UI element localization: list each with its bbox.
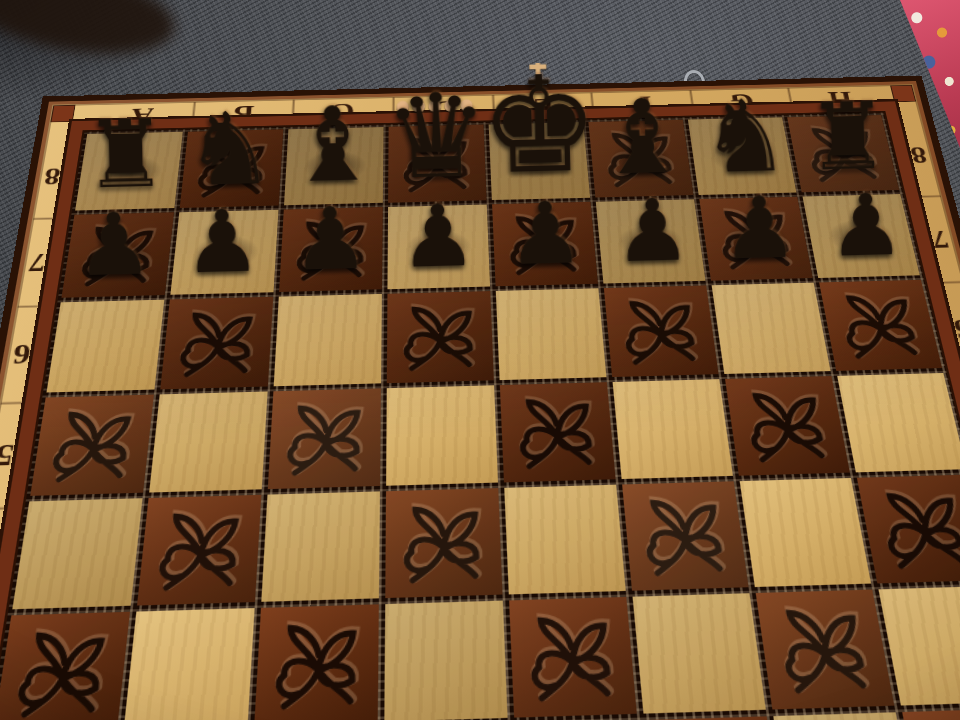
carved-flower-motif (507, 388, 609, 476)
bishop-glyph: ♝ (286, 96, 380, 195)
square-e7[interactable]: ♟ (492, 202, 598, 286)
square-h7[interactable]: ♟ (803, 194, 920, 278)
pawn-glyph: ♟ (827, 184, 905, 267)
carved-flower-motif (167, 302, 266, 383)
king-glyph: ♚ (478, 61, 600, 190)
pawn-glyph: ♟ (613, 189, 691, 272)
wood-tint (496, 288, 607, 380)
wood-tint (500, 382, 616, 482)
piece-black-pawn-d7[interactable]: ♟ (398, 195, 477, 278)
border-corner-block (890, 85, 916, 102)
carved-flower-motif (393, 296, 487, 377)
wood-tint (837, 373, 960, 472)
wood-tint (30, 395, 154, 496)
wood-tint (604, 285, 719, 377)
piece-black-bishop-f8[interactable]: ♝ (595, 88, 689, 187)
wood-tint (819, 280, 942, 371)
board-frame: ABCDEFGH ABCDEFGH 87654321 87654321 ♜♞♝●… (0, 76, 960, 720)
square-c6[interactable] (274, 294, 382, 386)
knight-glyph: ♞ (183, 100, 275, 198)
square-f7[interactable]: ♟ (596, 199, 706, 283)
square-d3[interactable] (384, 601, 507, 720)
rook-glyph: ♜ (805, 92, 889, 182)
wood-tint (504, 485, 625, 595)
square-b5[interactable] (149, 391, 267, 492)
pawn-glyph: ♟ (290, 197, 369, 280)
queen-glyph: ♛ (383, 80, 490, 193)
piece-black-pawn-e7[interactable]: ♟ (506, 192, 584, 275)
carved-flower-motif (865, 481, 960, 577)
square-g3[interactable] (756, 590, 895, 710)
piece-black-knight-g8[interactable]: ♞ (699, 88, 790, 185)
square-b3[interactable] (124, 608, 255, 720)
wood-tint (509, 597, 637, 718)
square-c7[interactable]: ♟ (279, 207, 383, 292)
square-b6[interactable] (160, 297, 273, 390)
carved-flower-motif (764, 596, 886, 702)
square-a6[interactable] (46, 300, 164, 393)
square-f4[interactable] (622, 481, 748, 590)
square-h4[interactable] (857, 475, 960, 584)
square-b4[interactable] (137, 495, 261, 606)
carved-flower-motif (1, 619, 122, 720)
square-e5[interactable] (500, 382, 616, 482)
border-corner-block (50, 105, 75, 123)
wood-tint (712, 283, 831, 374)
square-d5[interactable] (386, 385, 498, 485)
square-g4[interactable] (740, 478, 871, 587)
piece-black-queen-d8[interactable]: ●●●●●♛ (383, 80, 490, 193)
square-e3[interactable] (509, 597, 637, 718)
piece-black-pawn-g7[interactable]: ♟ (720, 187, 798, 270)
square-d4[interactable] (385, 488, 502, 598)
square-a4[interactable] (12, 498, 142, 609)
wood-tint (725, 376, 850, 476)
wood-tint (261, 491, 380, 601)
pawn-glyph: ♟ (506, 192, 584, 275)
carved-flower-motif (610, 291, 711, 372)
rook-glyph: ♜ (82, 110, 168, 200)
carved-flower-motif (38, 400, 147, 489)
wood-tint (633, 593, 766, 713)
square-b7[interactable]: ♟ (170, 210, 278, 295)
pawn-glyph: ♟ (398, 195, 477, 278)
square-h6[interactable] (819, 280, 942, 371)
square-g2[interactable] (773, 712, 920, 720)
blurred-dark-object (0, 0, 181, 68)
square-g5[interactable] (725, 376, 850, 476)
square-a3[interactable] (0, 612, 130, 720)
piece-black-king-e8[interactable]: ✚♚ (478, 61, 600, 190)
carved-flower-motif (262, 611, 372, 718)
square-g7[interactable]: ♟ (699, 197, 812, 281)
carved-flower-motif (392, 494, 495, 591)
bishop-glyph: ♝ (595, 88, 689, 187)
knight-glyph: ♞ (699, 88, 790, 185)
wood-tint (644, 716, 785, 720)
carved-flower-motif (145, 501, 254, 598)
piece-black-pawn-h7[interactable]: ♟ (827, 184, 905, 267)
board-grid: ♜♞♝●●●●●♛✚♚♝♞♜♟♟♟♟♟♟♟♟ (0, 101, 960, 720)
square-c4[interactable] (261, 491, 380, 601)
wood-tint (384, 601, 507, 720)
wood-tint (254, 604, 379, 720)
wood-tint (0, 612, 130, 720)
wood-tint (902, 708, 960, 720)
wood-tint (268, 388, 381, 489)
square-c5[interactable] (268, 388, 381, 489)
piece-black-pawn-a7[interactable]: ♟ (74, 203, 153, 287)
wood-tint (386, 385, 498, 485)
piece-black-rook-a8[interactable]: ♜ (82, 110, 168, 200)
pawn-glyph: ♟ (720, 187, 798, 270)
pawn-glyph: ♟ (74, 203, 153, 287)
square-e6[interactable] (496, 288, 607, 380)
square-e4[interactable] (504, 485, 625, 595)
square-d7[interactable]: ♟ (387, 204, 490, 289)
piece-black-knight-b8[interactable]: ♞ (183, 100, 275, 198)
wood-tint (160, 297, 273, 390)
wood-tint (613, 379, 733, 479)
square-f3[interactable] (633, 593, 766, 713)
wood-tint (387, 291, 494, 383)
square-g6[interactable] (712, 283, 831, 374)
square-f2[interactable] (644, 716, 785, 720)
wood-tint (274, 294, 382, 386)
square-c3[interactable] (254, 604, 379, 720)
piece-black-rook-h8[interactable]: ♜ (805, 92, 889, 182)
wood-tint (622, 481, 748, 590)
wood-tint (756, 590, 895, 710)
photo-scene: ABCDEFGH ABCDEFGH 87654321 87654321 ♜♞♝●… (0, 0, 960, 720)
square-h5[interactable] (837, 373, 960, 472)
square-d6[interactable] (387, 291, 494, 383)
piece-black-bishop-c8[interactable]: ♝ (286, 96, 380, 195)
carved-flower-motif (516, 604, 628, 710)
chess-board: ABCDEFGH ABCDEFGH 87654321 87654321 ♜♞♝●… (0, 76, 960, 720)
wood-tint (149, 391, 267, 492)
pawn-glyph: ♟ (182, 200, 261, 283)
wood-tint (12, 498, 142, 609)
carved-flower-motif (732, 382, 842, 470)
wood-tint (46, 300, 164, 393)
square-a5[interactable] (30, 395, 154, 496)
carved-flower-motif (275, 394, 375, 483)
wood-tint (124, 608, 255, 720)
square-h2[interactable] (902, 708, 960, 720)
wood-tint (773, 712, 920, 720)
wood-tint (857, 475, 960, 584)
piece-black-pawn-f7[interactable]: ♟ (613, 189, 691, 272)
square-f6[interactable] (604, 285, 719, 377)
wood-tint (740, 478, 871, 587)
wood-tint (385, 488, 502, 598)
piece-black-pawn-b7[interactable]: ♟ (182, 200, 261, 283)
piece-black-pawn-c7[interactable]: ♟ (290, 197, 369, 280)
carved-flower-motif (629, 488, 740, 584)
square-a7[interactable]: ♟ (61, 212, 174, 297)
wood-tint (137, 495, 261, 606)
carved-flower-motif (911, 716, 960, 720)
carved-flower-motif (826, 285, 934, 365)
square-f5[interactable] (613, 379, 733, 479)
